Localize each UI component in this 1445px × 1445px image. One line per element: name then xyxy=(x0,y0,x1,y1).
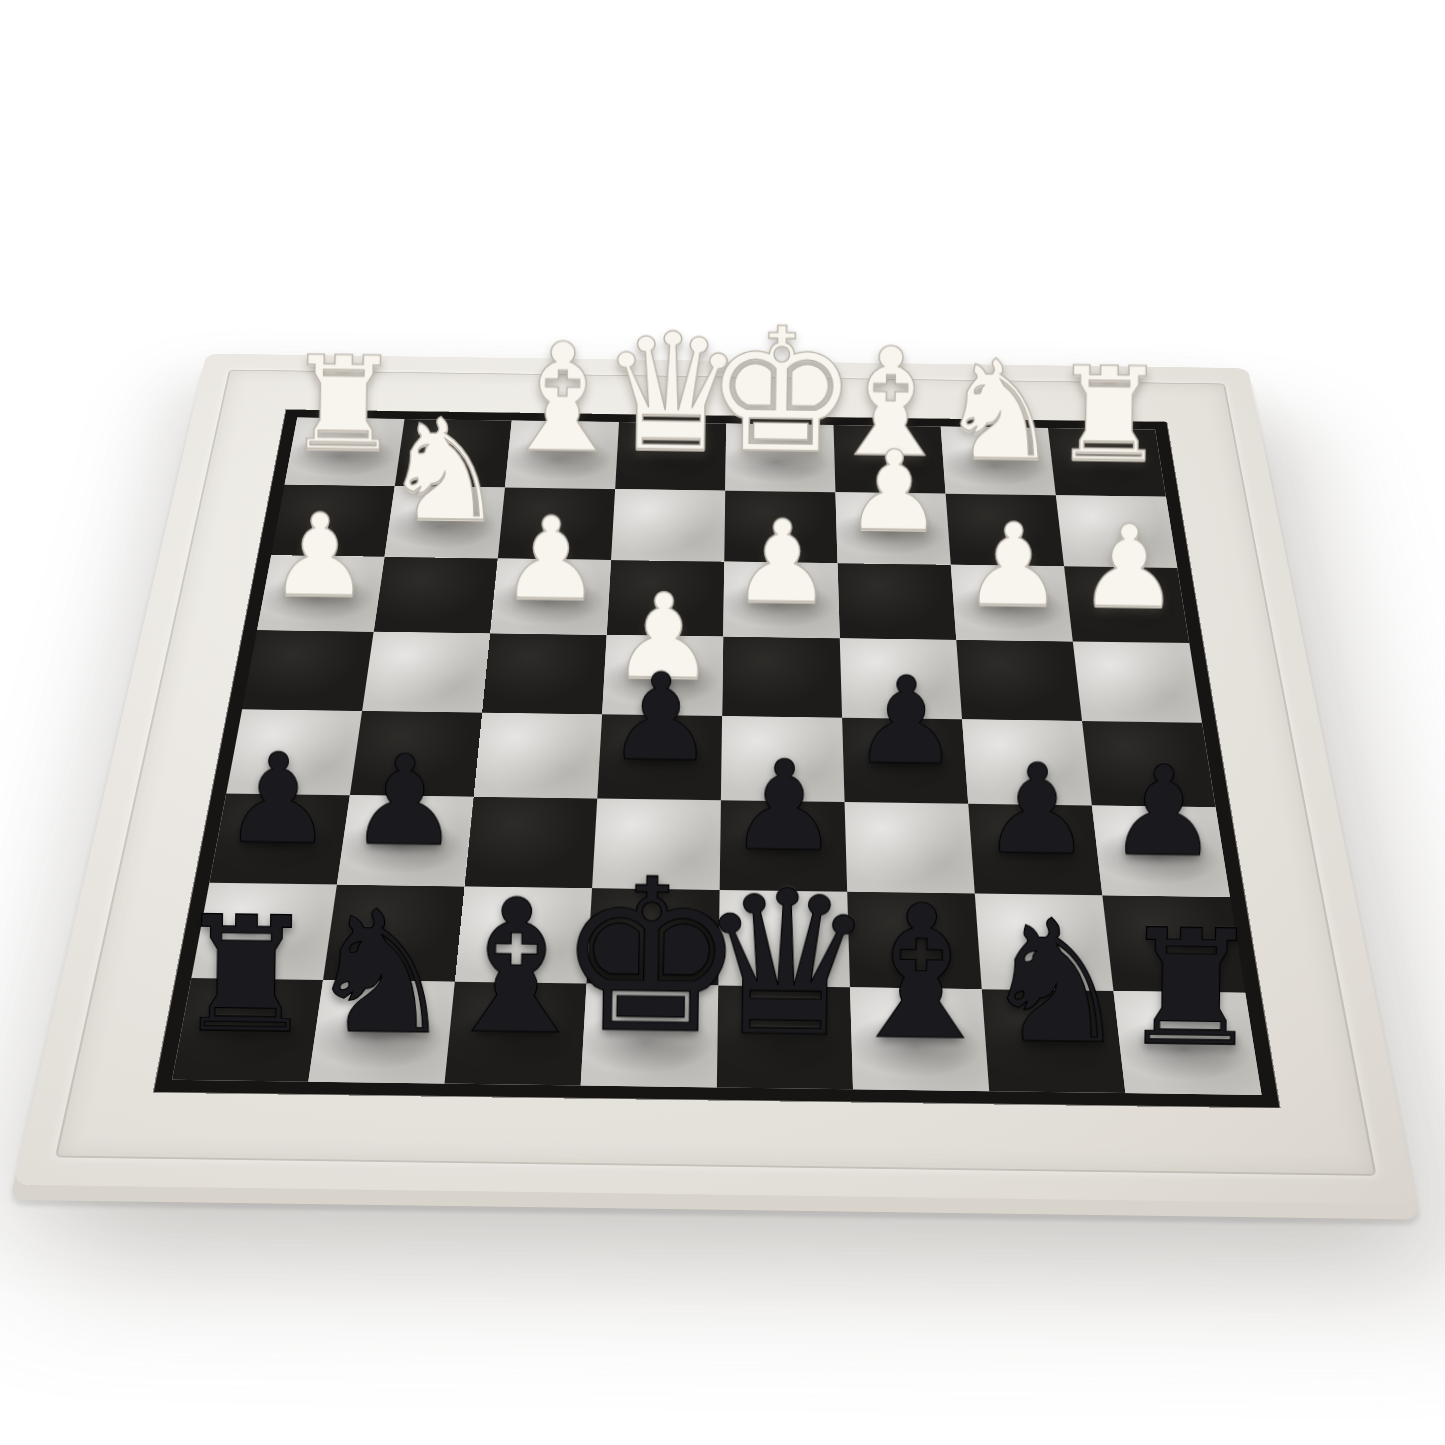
square-h8[interactable]: ♜ xyxy=(172,978,323,1082)
piece-white-pawn-a3[interactable]: ♟ xyxy=(1077,512,1180,621)
piece-white-pawn-f3[interactable]: ♟ xyxy=(499,504,602,613)
perspective-wrapper: ♜♝♛♚♝♞♜♞♟♟♟♟♟♟♟♟♟♟♟♟♟♟♜♞♝♚♛♝♞♜ xyxy=(0,0,1445,1445)
square-b3[interactable]: ♟ xyxy=(951,565,1073,642)
board-3d-plane: ♜♝♛♚♝♞♜♞♟♟♟♟♟♟♟♟♟♟♟♟♟♟♜♞♝♚♛♝♞♜ xyxy=(13,354,1417,1205)
square-g2[interactable]: ♞ xyxy=(385,486,505,558)
square-h3[interactable]: ♟ xyxy=(257,555,384,631)
piece-black-pawn-g6[interactable]: ♟ xyxy=(348,741,461,861)
square-f5[interactable] xyxy=(474,713,603,799)
piece-black-pawn-h6[interactable]: ♟ xyxy=(221,739,334,859)
square-a3[interactable]: ♟ xyxy=(1064,566,1189,643)
piece-white-pawn-h3[interactable]: ♟ xyxy=(268,501,371,610)
square-f1[interactable]: ♝ xyxy=(505,421,619,490)
piece-white-knight-g2[interactable]: ♞ xyxy=(381,403,509,538)
square-e5[interactable]: ♟ xyxy=(597,714,722,800)
piece-black-rook-h8[interactable]: ♜ xyxy=(173,899,318,1053)
piece-black-rook-a8[interactable]: ♜ xyxy=(1118,912,1263,1066)
piece-black-pawn-b6[interactable]: ♟ xyxy=(980,750,1093,870)
chess-board: ♜♝♛♚♝♞♜♞♟♟♟♟♟♟♟♟♟♟♟♟♟♟♜♞♝♚♛♝♞♜ xyxy=(154,410,1280,1108)
piece-white-pawn-c2[interactable]: ♟ xyxy=(844,438,945,544)
piece-black-pawn-c5[interactable]: ♟ xyxy=(851,663,961,779)
piece-black-pawn-e5[interactable]: ♟ xyxy=(606,660,716,776)
piece-black-pawn-a6[interactable]: ♟ xyxy=(1107,752,1220,872)
marble-slab-base: ♜♝♛♚♝♞♜♞♟♟♟♟♟♟♟♟♟♟♟♟♟♟♜♞♝♚♛♝♞♜ xyxy=(13,354,1417,1205)
product-photo-background: ♜♝♛♚♝♞♜♞♟♟♟♟♟♟♟♟♟♟♟♟♟♟♜♞♝♚♛♝♞♜ xyxy=(0,0,1445,1445)
square-g3[interactable] xyxy=(374,557,498,633)
piece-white-pawn-d3[interactable]: ♟ xyxy=(730,507,833,616)
square-e8[interactable]: ♚ xyxy=(581,984,719,1088)
square-a6[interactable]: ♟ xyxy=(1092,805,1230,897)
square-c5[interactable]: ♟ xyxy=(842,718,968,804)
square-g4[interactable] xyxy=(362,632,490,713)
piece-black-bishop-c8[interactable]: ♝ xyxy=(837,885,1005,1063)
square-a1[interactable]: ♜ xyxy=(1048,428,1166,497)
square-c3[interactable] xyxy=(838,563,957,640)
camera-tilt-wrapper: ♜♝♛♚♝♞♜♞♟♟♟♟♟♟♟♟♟♟♟♟♟♟♜♞♝♚♛♝♞♜ xyxy=(0,0,1445,1445)
square-h6[interactable]: ♟ xyxy=(209,793,350,884)
piece-white-rook-a1[interactable]: ♜ xyxy=(1050,353,1168,478)
piece-white-bishop-f1[interactable]: ♝ xyxy=(495,326,631,470)
square-f3[interactable]: ♟ xyxy=(490,558,611,635)
square-d3[interactable]: ♟ xyxy=(723,562,840,639)
square-d1[interactable]: ♚ xyxy=(725,424,835,493)
piece-white-pawn-b3[interactable]: ♟ xyxy=(962,510,1065,619)
piece-black-bishop-f8[interactable]: ♝ xyxy=(432,879,600,1057)
